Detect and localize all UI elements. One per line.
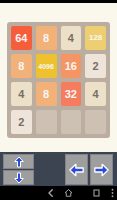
- move-left-button[interactable]: [65, 154, 88, 185]
- empty-cell: [85, 110, 106, 134]
- tile-8: 8: [36, 26, 57, 50]
- tile-4: 4: [61, 26, 82, 50]
- control-bar: [0, 152, 117, 186]
- tile-4: 4: [85, 82, 106, 106]
- back-icon[interactable]: [45, 188, 56, 198]
- tile-64: 64: [11, 26, 32, 50]
- move-down-button[interactable]: [3, 170, 34, 185]
- move-up-button[interactable]: [3, 154, 34, 169]
- empty-cell: [36, 110, 57, 134]
- right-arrow-icon: [92, 162, 111, 178]
- home-icon[interactable]: [63, 188, 74, 198]
- tile-16: 16: [61, 54, 82, 78]
- tile-32: 32: [61, 82, 82, 106]
- tile-4096: 4096: [36, 54, 57, 78]
- board-grid[interactable]: 648412884096162483242: [7, 22, 110, 138]
- down-arrow-icon: [13, 172, 25, 184]
- move-right-button[interactable]: [90, 154, 113, 185]
- empty-cell: [61, 110, 82, 134]
- android-nav-bar: [0, 186, 117, 200]
- phone-screen: 648412884096162483242: [0, 0, 117, 200]
- tile-8: 8: [11, 54, 32, 78]
- recents-icon[interactable]: [91, 188, 102, 198]
- tile-2: 2: [11, 110, 32, 134]
- left-arrow-icon: [67, 162, 86, 178]
- tile-128: 128: [85, 26, 106, 50]
- tile-8: 8: [36, 82, 57, 106]
- status-bar: [0, 0, 117, 3]
- tile-4: 4: [11, 82, 32, 106]
- tile-2: 2: [85, 54, 106, 78]
- menu-overflow-icon[interactable]: [107, 188, 117, 198]
- up-arrow-icon: [13, 156, 25, 168]
